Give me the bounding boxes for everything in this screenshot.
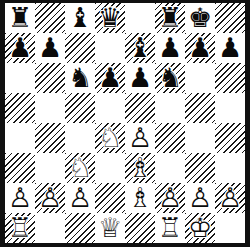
square-f7[interactable]: ♟ xyxy=(155,33,185,63)
piece-black-pawn: ♟ xyxy=(185,33,215,63)
square-a8[interactable]: ♜ xyxy=(5,3,35,33)
piece-white-knight: ♞♘ xyxy=(95,123,125,153)
square-g4[interactable] xyxy=(185,123,215,153)
square-c2[interactable]: ♟♙ xyxy=(65,183,95,213)
piece-black-queen: ♛ xyxy=(95,3,125,33)
square-a3[interactable] xyxy=(5,153,35,183)
piece-black-bishop: ♝ xyxy=(65,3,95,33)
square-c8[interactable]: ♝ xyxy=(65,3,95,33)
square-e6[interactable]: ♟ xyxy=(125,63,155,93)
square-b8[interactable] xyxy=(35,3,65,33)
square-c1[interactable] xyxy=(65,213,95,243)
square-f8[interactable]: ♜ xyxy=(155,3,185,33)
piece-black-knight: ♞ xyxy=(65,63,95,93)
square-d4[interactable]: ♞♘ xyxy=(95,123,125,153)
square-b1[interactable] xyxy=(35,213,65,243)
square-f1[interactable]: ♜♖ xyxy=(155,213,185,243)
square-f4[interactable] xyxy=(155,123,185,153)
piece-black-knight: ♞ xyxy=(155,63,185,93)
square-g5[interactable] xyxy=(185,93,215,123)
square-b4[interactable] xyxy=(35,123,65,153)
square-h2[interactable]: ♟♙ xyxy=(215,183,245,213)
square-h6[interactable] xyxy=(215,63,245,93)
square-g8[interactable]: ♚ xyxy=(185,3,215,33)
piece-white-bishop: ♝♗ xyxy=(125,153,155,183)
square-c5[interactable] xyxy=(65,93,95,123)
piece-black-rook: ♜ xyxy=(5,3,35,33)
square-b6[interactable] xyxy=(35,63,65,93)
square-g2[interactable]: ♟♙ xyxy=(185,183,215,213)
piece-white-pawn: ♟♙ xyxy=(125,123,155,153)
piece-white-king: ♚♔ xyxy=(185,213,215,243)
piece-white-queen: ♛♕ xyxy=(95,213,125,243)
piece-black-bishop: ♝ xyxy=(125,33,155,63)
square-c6[interactable]: ♞ xyxy=(65,63,95,93)
square-e1[interactable] xyxy=(125,213,155,243)
square-h5[interactable] xyxy=(215,93,245,123)
square-d6[interactable]: ♟ xyxy=(95,63,125,93)
square-e2[interactable]: ♝♗ xyxy=(125,183,155,213)
square-b2[interactable]: ♟♙ xyxy=(35,183,65,213)
square-h3[interactable] xyxy=(215,153,245,183)
square-c3[interactable]: ♞♘ xyxy=(65,153,95,183)
square-a1[interactable]: ♜♖ xyxy=(5,213,35,243)
piece-white-pawn: ♟♙ xyxy=(35,183,65,213)
piece-black-pawn: ♟ xyxy=(215,33,245,63)
square-e3[interactable]: ♝♗ xyxy=(125,153,155,183)
square-d1[interactable]: ♛♕ xyxy=(95,213,125,243)
square-e5[interactable] xyxy=(125,93,155,123)
piece-black-pawn: ♟ xyxy=(95,63,125,93)
square-a5[interactable] xyxy=(5,93,35,123)
piece-black-rook: ♜ xyxy=(155,3,185,33)
square-d7[interactable] xyxy=(95,33,125,63)
piece-white-pawn: ♟♙ xyxy=(155,183,185,213)
square-f3[interactable] xyxy=(155,153,185,183)
square-e4[interactable]: ♟♙ xyxy=(125,123,155,153)
piece-black-king: ♚ xyxy=(185,3,215,33)
square-b7[interactable]: ♟ xyxy=(35,33,65,63)
piece-black-pawn: ♟ xyxy=(155,33,185,63)
square-c7[interactable] xyxy=(65,33,95,63)
piece-white-knight: ♞♘ xyxy=(65,153,95,183)
square-h4[interactable] xyxy=(215,123,245,153)
square-g6[interactable] xyxy=(185,63,215,93)
square-g3[interactable] xyxy=(185,153,215,183)
piece-white-rook: ♜♖ xyxy=(155,213,185,243)
piece-white-pawn: ♟♙ xyxy=(185,183,215,213)
square-e8[interactable] xyxy=(125,3,155,33)
square-f6[interactable]: ♞ xyxy=(155,63,185,93)
piece-white-pawn: ♟♙ xyxy=(65,183,95,213)
piece-black-pawn: ♟ xyxy=(125,63,155,93)
square-a7[interactable]: ♟ xyxy=(5,33,35,63)
square-a6[interactable] xyxy=(5,63,35,93)
square-b5[interactable] xyxy=(35,93,65,123)
square-d8[interactable]: ♛ xyxy=(95,3,125,33)
square-a2[interactable]: ♟♙ xyxy=(5,183,35,213)
square-a4[interactable] xyxy=(5,123,35,153)
square-h7[interactable]: ♟ xyxy=(215,33,245,63)
square-h1[interactable] xyxy=(215,213,245,243)
piece-white-rook: ♜♖ xyxy=(5,213,35,243)
square-g7[interactable]: ♟ xyxy=(185,33,215,63)
square-d2[interactable] xyxy=(95,183,125,213)
square-d5[interactable] xyxy=(95,93,125,123)
piece-white-pawn: ♟♙ xyxy=(215,183,245,213)
square-e7[interactable]: ♝ xyxy=(125,33,155,63)
piece-black-pawn: ♟ xyxy=(35,33,65,63)
square-g1[interactable]: ♚♔ xyxy=(185,213,215,243)
chess-board: ♜♝♛♜♚♟♟♝♟♟♟♞♟♟♞♞♘♟♙♞♘♝♗♟♙♟♙♟♙♝♗♟♙♟♙♟♙♜♖♛… xyxy=(0,0,250,247)
square-f2[interactable]: ♟♙ xyxy=(155,183,185,213)
square-d3[interactable] xyxy=(95,153,125,183)
piece-black-pawn: ♟ xyxy=(5,33,35,63)
square-f5[interactable] xyxy=(155,93,185,123)
square-c4[interactable] xyxy=(65,123,95,153)
square-h8[interactable] xyxy=(215,3,245,33)
piece-white-bishop: ♝♗ xyxy=(125,183,155,213)
square-b3[interactable] xyxy=(35,153,65,183)
piece-white-pawn: ♟♙ xyxy=(5,183,35,213)
